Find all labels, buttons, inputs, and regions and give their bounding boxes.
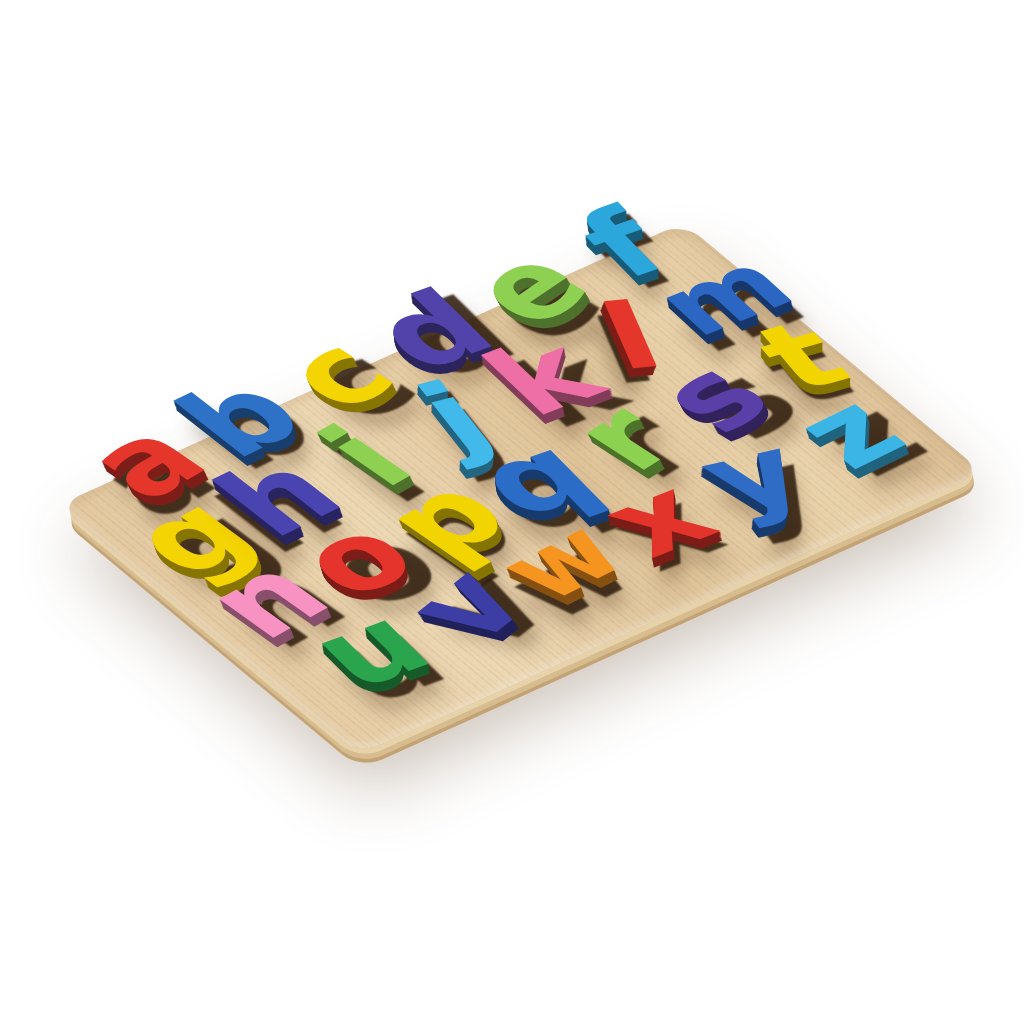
product-photo-scene: abcdefghijklmnopqrstuvwxyz [0,0,1024,1024]
puzzle-board: abcdefghijklmnopqrstuvwxyz [58,222,983,755]
letter-rows: abcdefghijklmnopqrstuvwxyz [35,180,960,713]
